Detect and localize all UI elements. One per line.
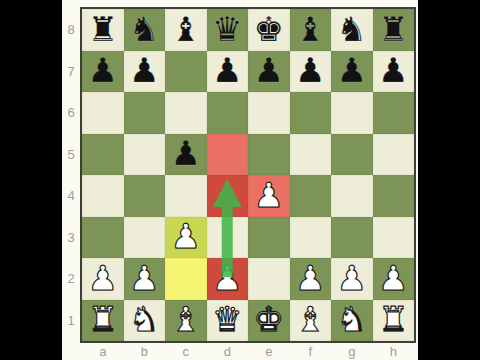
piece-black-knight-b8[interactable]: ♞ bbox=[129, 12, 159, 46]
square-f2[interactable]: ♟ bbox=[290, 258, 332, 300]
piece-white-bishop-f1[interactable]: ♝ bbox=[295, 302, 325, 336]
square-d7[interactable]: ♟ bbox=[207, 51, 249, 93]
piece-white-pawn-c3[interactable]: ♟ bbox=[171, 219, 201, 253]
piece-black-bishop-f8[interactable]: ♝ bbox=[295, 12, 325, 46]
square-c3[interactable]: ♟ bbox=[165, 217, 207, 259]
square-h3[interactable] bbox=[373, 217, 415, 259]
square-e5[interactable] bbox=[248, 134, 290, 176]
square-e6[interactable] bbox=[248, 92, 290, 134]
piece-black-pawn-a7[interactable]: ♟ bbox=[88, 53, 118, 87]
piece-black-bishop-c8[interactable]: ♝ bbox=[171, 12, 201, 46]
square-g5[interactable] bbox=[331, 134, 373, 176]
square-f1[interactable]: ♝ bbox=[290, 300, 332, 342]
square-h6[interactable] bbox=[373, 92, 415, 134]
piece-black-pawn-c5[interactable]: ♟ bbox=[171, 136, 201, 170]
rank-label-2: 2 bbox=[62, 258, 80, 300]
letterbox-right bbox=[418, 0, 480, 360]
square-a5[interactable] bbox=[82, 134, 124, 176]
piece-black-rook-h8[interactable]: ♜ bbox=[378, 12, 408, 46]
square-f4[interactable] bbox=[290, 175, 332, 217]
square-h2[interactable]: ♟ bbox=[373, 258, 415, 300]
square-a4[interactable] bbox=[82, 175, 124, 217]
square-d4[interactable] bbox=[207, 175, 249, 217]
piece-black-pawn-h7[interactable]: ♟ bbox=[378, 53, 408, 87]
square-h7[interactable]: ♟ bbox=[373, 51, 415, 93]
square-h8[interactable]: ♜ bbox=[373, 9, 415, 51]
chess-board[interactable]: ♜♞♝♛♚♝♞♜♟♟♟♟♟♟♟♟♟♟♟♟♟♟♟♟♜♞♝♛♚♝♞♜ bbox=[80, 7, 416, 343]
piece-white-king-e1[interactable]: ♚ bbox=[254, 302, 284, 336]
video-frame: 87654321 ♜♞♝♛♚♝♞♜♟♟♟♟♟♟♟♟♟♟♟♟♟♟♟♟♜♞♝♛♚♝♞… bbox=[0, 0, 480, 360]
square-b5[interactable] bbox=[124, 134, 166, 176]
piece-white-pawn-f2[interactable]: ♟ bbox=[295, 261, 325, 295]
piece-black-pawn-g7[interactable]: ♟ bbox=[337, 53, 367, 87]
square-h4[interactable] bbox=[373, 175, 415, 217]
piece-black-pawn-f7[interactable]: ♟ bbox=[295, 53, 325, 87]
piece-white-pawn-d2[interactable]: ♟ bbox=[212, 261, 242, 295]
square-g6[interactable] bbox=[331, 92, 373, 134]
piece-white-knight-b1[interactable]: ♞ bbox=[129, 302, 159, 336]
square-b1[interactable]: ♞ bbox=[124, 300, 166, 342]
square-b8[interactable]: ♞ bbox=[124, 9, 166, 51]
square-f8[interactable]: ♝ bbox=[290, 9, 332, 51]
square-f5[interactable] bbox=[290, 134, 332, 176]
square-d6[interactable] bbox=[207, 92, 249, 134]
square-d5[interactable] bbox=[207, 134, 249, 176]
board-panel: 87654321 ♜♞♝♛♚♝♞♜♟♟♟♟♟♟♟♟♟♟♟♟♟♟♟♟♜♞♝♛♚♝♞… bbox=[62, 0, 418, 360]
square-g1[interactable]: ♞ bbox=[331, 300, 373, 342]
letterbox-left bbox=[0, 0, 62, 360]
piece-black-king-e8[interactable]: ♚ bbox=[254, 12, 284, 46]
rank-label-3: 3 bbox=[62, 217, 80, 259]
square-e3[interactable] bbox=[248, 217, 290, 259]
square-e8[interactable]: ♚ bbox=[248, 9, 290, 51]
square-a3[interactable] bbox=[82, 217, 124, 259]
square-c2[interactable] bbox=[165, 258, 207, 300]
square-d1[interactable]: ♛ bbox=[207, 300, 249, 342]
square-a8[interactable]: ♜ bbox=[82, 9, 124, 51]
piece-white-pawn-a2[interactable]: ♟ bbox=[88, 261, 118, 295]
file-label-d: d bbox=[207, 343, 249, 359]
file-label-b: b bbox=[124, 343, 166, 359]
file-label-g: g bbox=[331, 343, 373, 359]
piece-white-queen-d1[interactable]: ♛ bbox=[212, 302, 242, 336]
file-label-f: f bbox=[290, 343, 332, 359]
square-c4[interactable] bbox=[165, 175, 207, 217]
piece-white-pawn-b2[interactable]: ♟ bbox=[129, 261, 159, 295]
square-a2[interactable]: ♟ bbox=[82, 258, 124, 300]
square-g2[interactable]: ♟ bbox=[331, 258, 373, 300]
square-b2[interactable]: ♟ bbox=[124, 258, 166, 300]
square-e4[interactable]: ♟ bbox=[248, 175, 290, 217]
square-g3[interactable] bbox=[331, 217, 373, 259]
square-c1[interactable]: ♝ bbox=[165, 300, 207, 342]
piece-white-pawn-g2[interactable]: ♟ bbox=[337, 261, 367, 295]
file-labels: abcdefgh bbox=[82, 343, 414, 359]
piece-black-pawn-b7[interactable]: ♟ bbox=[129, 53, 159, 87]
rank-label-8: 8 bbox=[62, 9, 80, 51]
piece-black-queen-d8[interactable]: ♛ bbox=[212, 12, 242, 46]
square-b3[interactable] bbox=[124, 217, 166, 259]
square-a1[interactable]: ♜ bbox=[82, 300, 124, 342]
square-b4[interactable] bbox=[124, 175, 166, 217]
square-b6[interactable] bbox=[124, 92, 166, 134]
rank-label-6: 6 bbox=[62, 92, 80, 134]
square-e2[interactable] bbox=[248, 258, 290, 300]
square-h5[interactable] bbox=[373, 134, 415, 176]
piece-white-knight-g1[interactable]: ♞ bbox=[337, 302, 367, 336]
piece-white-pawn-h2[interactable]: ♟ bbox=[378, 261, 408, 295]
square-e7[interactable]: ♟ bbox=[248, 51, 290, 93]
rank-label-1: 1 bbox=[62, 300, 80, 342]
rank-label-4: 4 bbox=[62, 175, 80, 217]
square-d2[interactable]: ♟ bbox=[207, 258, 249, 300]
square-f3[interactable] bbox=[290, 217, 332, 259]
square-a6[interactable] bbox=[82, 92, 124, 134]
square-h1[interactable]: ♜ bbox=[373, 300, 415, 342]
rank-labels: 87654321 bbox=[62, 9, 80, 341]
file-label-e: e bbox=[248, 343, 290, 359]
square-c8[interactable]: ♝ bbox=[165, 9, 207, 51]
piece-black-pawn-d7[interactable]: ♟ bbox=[212, 53, 242, 87]
square-d3[interactable] bbox=[207, 217, 249, 259]
piece-white-pawn-e4[interactable]: ♟ bbox=[254, 178, 284, 212]
file-label-a: a bbox=[82, 343, 124, 359]
square-f6[interactable] bbox=[290, 92, 332, 134]
square-a7[interactable]: ♟ bbox=[82, 51, 124, 93]
file-label-c: c bbox=[165, 343, 207, 359]
square-c5[interactable]: ♟ bbox=[165, 134, 207, 176]
rank-label-5: 5 bbox=[62, 134, 80, 176]
square-g7[interactable]: ♟ bbox=[331, 51, 373, 93]
piece-white-rook-h1[interactable]: ♜ bbox=[378, 302, 408, 336]
square-g8[interactable]: ♞ bbox=[331, 9, 373, 51]
square-d8[interactable]: ♛ bbox=[207, 9, 249, 51]
square-f7[interactable]: ♟ bbox=[290, 51, 332, 93]
square-c6[interactable] bbox=[165, 92, 207, 134]
piece-black-pawn-e7[interactable]: ♟ bbox=[254, 53, 284, 87]
piece-white-bishop-c1[interactable]: ♝ bbox=[171, 302, 201, 336]
file-label-h: h bbox=[373, 343, 415, 359]
rank-label-7: 7 bbox=[62, 51, 80, 93]
square-g4[interactable] bbox=[331, 175, 373, 217]
piece-white-rook-a1[interactable]: ♜ bbox=[88, 302, 118, 336]
piece-black-rook-a8[interactable]: ♜ bbox=[88, 12, 118, 46]
square-e1[interactable]: ♚ bbox=[248, 300, 290, 342]
square-b7[interactable]: ♟ bbox=[124, 51, 166, 93]
piece-black-knight-g8[interactable]: ♞ bbox=[337, 12, 367, 46]
square-c7[interactable] bbox=[165, 51, 207, 93]
